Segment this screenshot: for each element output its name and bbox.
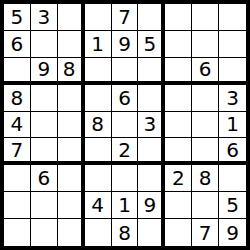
cell-r2c5-given[interactable]: 9	[112, 31, 139, 58]
cell-r4c5-given[interactable]: 6	[112, 85, 139, 112]
cell-r5c1-given[interactable]: 4	[4, 112, 31, 139]
cell-r3c5-empty[interactable]	[112, 58, 139, 85]
cell-r8c9-given[interactable]: 5	[219, 192, 246, 219]
cell-r1c1-given[interactable]: 5	[4, 4, 31, 31]
cell-r6c8-empty[interactable]	[192, 138, 219, 165]
cell-r8c7-empty[interactable]	[165, 192, 192, 219]
cell-r4c1-given[interactable]: 8	[4, 85, 31, 112]
cell-r4c6-empty[interactable]	[138, 85, 165, 112]
cell-r6c1-given[interactable]: 7	[4, 138, 31, 165]
cell-r7c5-empty[interactable]	[112, 165, 139, 192]
cell-r6c9-given[interactable]: 6	[219, 138, 246, 165]
cell-r6c4-empty[interactable]	[85, 138, 112, 165]
cell-r3c1-empty[interactable]	[4, 58, 31, 85]
cell-r9c9-given[interactable]: 9	[219, 219, 246, 246]
cell-r1c9-empty[interactable]	[219, 4, 246, 31]
cell-r5c4-given[interactable]: 8	[85, 112, 112, 139]
cell-r3c2-given[interactable]: 9	[31, 58, 58, 85]
cell-r8c3-empty[interactable]	[58, 192, 85, 219]
sudoku-board: 537619598686348317266284195879	[0, 0, 250, 250]
cell-r1c6-empty[interactable]	[138, 4, 165, 31]
cell-r7c2-given[interactable]: 6	[31, 165, 58, 192]
cell-r9c4-empty[interactable]	[85, 219, 112, 246]
cell-r6c6-empty[interactable]	[138, 138, 165, 165]
cell-r1c7-empty[interactable]	[165, 4, 192, 31]
cell-r2c2-empty[interactable]	[31, 31, 58, 58]
cell-r7c3-empty[interactable]	[58, 165, 85, 192]
cell-r9c6-empty[interactable]	[138, 219, 165, 246]
cell-r9c5-given[interactable]: 8	[112, 219, 139, 246]
cell-r1c8-empty[interactable]	[192, 4, 219, 31]
cell-r5c8-empty[interactable]	[192, 112, 219, 139]
cell-r4c7-empty[interactable]	[165, 85, 192, 112]
cell-r2c1-given[interactable]: 6	[4, 31, 31, 58]
cell-r2c9-empty[interactable]	[219, 31, 246, 58]
cell-r1c3-empty[interactable]	[58, 4, 85, 31]
cell-r2c3-empty[interactable]	[58, 31, 85, 58]
cell-r1c2-given[interactable]: 3	[31, 4, 58, 31]
cell-r8c6-given[interactable]: 9	[138, 192, 165, 219]
cell-r5c7-empty[interactable]	[165, 112, 192, 139]
cell-r9c2-empty[interactable]	[31, 219, 58, 246]
cell-r3c7-empty[interactable]	[165, 58, 192, 85]
cell-r4c8-empty[interactable]	[192, 85, 219, 112]
cell-r3c6-empty[interactable]	[138, 58, 165, 85]
cell-r8c4-given[interactable]: 4	[85, 192, 112, 219]
cell-r2c8-empty[interactable]	[192, 31, 219, 58]
cell-r6c5-given[interactable]: 2	[112, 138, 139, 165]
cell-r7c9-empty[interactable]	[219, 165, 246, 192]
cell-r5c6-given[interactable]: 3	[138, 112, 165, 139]
cell-r8c2-empty[interactable]	[31, 192, 58, 219]
cell-r7c7-given[interactable]: 2	[165, 165, 192, 192]
cell-r1c5-given[interactable]: 7	[112, 4, 139, 31]
cell-r6c3-empty[interactable]	[58, 138, 85, 165]
cell-r5c9-given[interactable]: 1	[219, 112, 246, 139]
cell-r9c7-empty[interactable]	[165, 219, 192, 246]
cell-r5c5-empty[interactable]	[112, 112, 139, 139]
cell-r8c8-empty[interactable]	[192, 192, 219, 219]
cell-r5c3-empty[interactable]	[58, 112, 85, 139]
cell-r4c3-empty[interactable]	[58, 85, 85, 112]
cell-r2c6-given[interactable]: 5	[138, 31, 165, 58]
cell-r9c1-empty[interactable]	[4, 219, 31, 246]
cell-r5c2-empty[interactable]	[31, 112, 58, 139]
cell-r4c4-empty[interactable]	[85, 85, 112, 112]
cell-r4c9-given[interactable]: 3	[219, 85, 246, 112]
cell-r8c5-given[interactable]: 1	[112, 192, 139, 219]
cell-r6c7-empty[interactable]	[165, 138, 192, 165]
cell-r3c3-given[interactable]: 8	[58, 58, 85, 85]
cell-r7c6-empty[interactable]	[138, 165, 165, 192]
cell-r2c7-empty[interactable]	[165, 31, 192, 58]
cell-r9c3-empty[interactable]	[58, 219, 85, 246]
cell-r3c8-given[interactable]: 6	[192, 58, 219, 85]
cell-r4c2-empty[interactable]	[31, 85, 58, 112]
cell-r7c1-empty[interactable]	[4, 165, 31, 192]
cell-r6c2-empty[interactable]	[31, 138, 58, 165]
cell-r8c1-empty[interactable]	[4, 192, 31, 219]
cell-r1c4-empty[interactable]	[85, 4, 112, 31]
cell-r7c8-given[interactable]: 8	[192, 165, 219, 192]
cell-r7c4-empty[interactable]	[85, 165, 112, 192]
cell-r3c9-empty[interactable]	[219, 58, 246, 85]
cell-r9c8-given[interactable]: 7	[192, 219, 219, 246]
cell-r2c4-given[interactable]: 1	[85, 31, 112, 58]
cell-r3c4-empty[interactable]	[85, 58, 112, 85]
